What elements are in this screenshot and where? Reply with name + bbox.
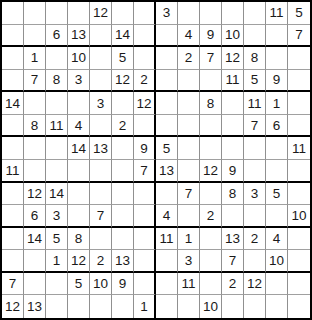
cell-r14c14[interactable] — [288, 295, 310, 318]
cell-r7c8[interactable]: 5 — [156, 137, 178, 160]
cell-r6c8[interactable] — [156, 115, 178, 138]
cell-r14c3[interactable] — [46, 295, 68, 318]
cell-r12c3[interactable]: 1 — [46, 250, 68, 273]
cell-r13c7[interactable] — [134, 273, 156, 296]
cell-r9c6[interactable] — [112, 183, 134, 206]
cell-r6c2[interactable]: 8 — [24, 115, 46, 138]
cell-r10c13[interactable] — [266, 205, 288, 228]
cell-r2c5[interactable] — [90, 25, 112, 48]
cell-r14c12[interactable] — [244, 295, 266, 318]
cell-r1c8[interactable]: 3 — [156, 2, 178, 25]
cell-r12c9[interactable]: 3 — [178, 250, 200, 273]
cell-r11c9[interactable]: 1 — [178, 228, 200, 251]
cell-r2c4[interactable]: 13 — [68, 25, 90, 48]
cell-r2c8[interactable] — [156, 25, 178, 48]
cell-r9c13[interactable]: 5 — [266, 183, 288, 206]
cell-r11c14[interactable] — [288, 228, 310, 251]
cell-r3c6[interactable]: 5 — [112, 47, 134, 70]
cell-r12c14[interactable] — [288, 250, 310, 273]
cell-r5c4[interactable] — [68, 92, 90, 115]
cell-r11c11[interactable]: 13 — [222, 228, 244, 251]
cell-r8c14[interactable] — [288, 160, 310, 183]
cell-r7c9[interactable] — [178, 137, 200, 160]
cell-r6c11[interactable] — [222, 115, 244, 138]
cell-r7c14[interactable]: 11 — [288, 137, 310, 160]
cell-r10c9[interactable] — [178, 205, 200, 228]
cell-r2c7[interactable] — [134, 25, 156, 48]
cell-r3c11[interactable]: 12 — [222, 47, 244, 70]
cell-r7c4[interactable]: 14 — [68, 137, 90, 160]
cell-r5c10[interactable]: 8 — [200, 92, 222, 115]
cell-r6c13[interactable]: 6 — [266, 115, 288, 138]
cell-r5c11[interactable] — [222, 92, 244, 115]
cell-r14c7[interactable]: 1 — [134, 295, 156, 318]
cell-r10c6[interactable] — [112, 205, 134, 228]
cell-r4c2[interactable]: 7 — [24, 70, 46, 93]
cell-r6c5[interactable] — [90, 115, 112, 138]
cell-r14c2[interactable]: 13 — [24, 295, 46, 318]
cell-r12c12[interactable] — [244, 250, 266, 273]
cell-r10c11[interactable] — [222, 205, 244, 228]
cell-r3c2[interactable]: 1 — [24, 47, 46, 70]
cell-r3c13[interactable] — [266, 47, 288, 70]
cell-r8c12[interactable] — [244, 160, 266, 183]
cell-r3c10[interactable]: 7 — [200, 47, 222, 70]
cell-r5c5[interactable]: 3 — [90, 92, 112, 115]
cell-r4c4[interactable]: 3 — [68, 70, 90, 93]
cell-r11c7[interactable] — [134, 228, 156, 251]
cell-r2c13[interactable] — [266, 25, 288, 48]
cell-r6c9[interactable] — [178, 115, 200, 138]
cell-r11c5[interactable] — [90, 228, 112, 251]
cell-r3c1[interactable] — [2, 47, 24, 70]
cell-r12c13[interactable]: 10 — [266, 250, 288, 273]
cell-r9c5[interactable] — [90, 183, 112, 206]
cell-r11c4[interactable]: 8 — [68, 228, 90, 251]
cell-r14c10[interactable]: 10 — [200, 295, 222, 318]
cell-r12c2[interactable] — [24, 250, 46, 273]
cell-r4c9[interactable] — [178, 70, 200, 93]
cell-r4c12[interactable]: 5 — [244, 70, 266, 93]
cell-r5c1[interactable]: 14 — [2, 92, 24, 115]
cell-r3c5[interactable] — [90, 47, 112, 70]
cell-r13c10[interactable] — [200, 273, 222, 296]
cell-r10c1[interactable] — [2, 205, 24, 228]
cell-r5c12[interactable]: 11 — [244, 92, 266, 115]
cell-r11c12[interactable]: 2 — [244, 228, 266, 251]
cell-r9c1[interactable] — [2, 183, 24, 206]
cell-r9c3[interactable]: 14 — [46, 183, 68, 206]
cell-r1c1[interactable] — [2, 2, 24, 25]
cell-r11c8[interactable]: 11 — [156, 228, 178, 251]
cell-r4c5[interactable] — [90, 70, 112, 93]
cell-r8c11[interactable]: 9 — [222, 160, 244, 183]
cell-r13c9[interactable]: 11 — [178, 273, 200, 296]
cell-r2c11[interactable]: 10 — [222, 25, 244, 48]
cell-r6c6[interactable]: 2 — [112, 115, 134, 138]
cell-r2c12[interactable] — [244, 25, 266, 48]
cell-r4c6[interactable]: 12 — [112, 70, 134, 93]
cell-r4c10[interactable] — [200, 70, 222, 93]
cell-r3c12[interactable]: 8 — [244, 47, 266, 70]
cell-r4c3[interactable]: 8 — [46, 70, 68, 93]
cell-r10c4[interactable] — [68, 205, 90, 228]
cell-r3c3[interactable] — [46, 47, 68, 70]
cell-r1c6[interactable] — [112, 2, 134, 25]
cell-r13c8[interactable] — [156, 273, 178, 296]
cell-r9c14[interactable] — [288, 183, 310, 206]
cell-r12c1[interactable] — [2, 250, 24, 273]
cell-r2c6[interactable]: 14 — [112, 25, 134, 48]
cell-r6c14[interactable] — [288, 115, 310, 138]
cell-r5c3[interactable] — [46, 92, 68, 115]
cell-r10c7[interactable] — [134, 205, 156, 228]
cell-r1c14[interactable]: 5 — [288, 2, 310, 25]
cell-r3c4[interactable]: 10 — [68, 47, 90, 70]
cell-r5c9[interactable] — [178, 92, 200, 115]
cell-r11c1[interactable] — [2, 228, 24, 251]
cell-r10c14[interactable]: 10 — [288, 205, 310, 228]
cell-r8c10[interactable]: 12 — [200, 160, 222, 183]
cell-r6c10[interactable] — [200, 115, 222, 138]
cell-r8c6[interactable] — [112, 160, 134, 183]
cell-r13c1[interactable]: 7 — [2, 273, 24, 296]
cell-r2c10[interactable]: 9 — [200, 25, 222, 48]
cell-r10c3[interactable]: 3 — [46, 205, 68, 228]
cell-r10c12[interactable] — [244, 205, 266, 228]
cell-r1c5[interactable]: 12 — [90, 2, 112, 25]
cell-r8c8[interactable]: 13 — [156, 160, 178, 183]
cell-r11c3[interactable]: 5 — [46, 228, 68, 251]
cell-r2c1[interactable] — [2, 25, 24, 48]
cell-r5c14[interactable] — [288, 92, 310, 115]
cell-r5c6[interactable] — [112, 92, 134, 115]
cell-r1c13[interactable]: 11 — [266, 2, 288, 25]
cell-r7c2[interactable] — [24, 137, 46, 160]
cell-r1c2[interactable] — [24, 2, 46, 25]
cell-r13c5[interactable]: 10 — [90, 273, 112, 296]
cell-r6c4[interactable]: 4 — [68, 115, 90, 138]
cell-r14c1[interactable]: 12 — [2, 295, 24, 318]
cell-r12c5[interactable]: 2 — [90, 250, 112, 273]
cell-r4c14[interactable] — [288, 70, 310, 93]
cell-r11c2[interactable]: 14 — [24, 228, 46, 251]
cell-r12c11[interactable]: 7 — [222, 250, 244, 273]
cell-r13c11[interactable]: 2 — [222, 273, 244, 296]
cell-r7c3[interactable] — [46, 137, 68, 160]
cell-r8c9[interactable] — [178, 160, 200, 183]
cell-r2c3[interactable]: 6 — [46, 25, 68, 48]
cell-r11c10[interactable] — [200, 228, 222, 251]
cell-r14c13[interactable] — [266, 295, 288, 318]
cell-r6c1[interactable] — [2, 115, 24, 138]
cell-r3c7[interactable] — [134, 47, 156, 70]
cell-r14c6[interactable] — [112, 295, 134, 318]
cell-r1c9[interactable] — [178, 2, 200, 25]
cell-r13c4[interactable]: 5 — [68, 273, 90, 296]
cell-r13c12[interactable]: 12 — [244, 273, 266, 296]
cell-r8c3[interactable] — [46, 160, 68, 183]
cell-r10c2[interactable]: 6 — [24, 205, 46, 228]
cell-r8c13[interactable] — [266, 160, 288, 183]
cell-r3c8[interactable] — [156, 47, 178, 70]
cell-r4c13[interactable]: 9 — [266, 70, 288, 93]
cell-r1c4[interactable] — [68, 2, 90, 25]
cell-r12c8[interactable] — [156, 250, 178, 273]
cell-r9c10[interactable] — [200, 183, 222, 206]
cell-r14c11[interactable] — [222, 295, 244, 318]
cell-r4c8[interactable] — [156, 70, 178, 93]
cell-r5c13[interactable]: 1 — [266, 92, 288, 115]
cell-r7c5[interactable]: 13 — [90, 137, 112, 160]
cell-r13c14[interactable] — [288, 273, 310, 296]
cell-r10c8[interactable]: 4 — [156, 205, 178, 228]
cell-r9c8[interactable] — [156, 183, 178, 206]
cell-r7c7[interactable]: 9 — [134, 137, 156, 160]
cell-r5c2[interactable] — [24, 92, 46, 115]
cell-r14c5[interactable] — [90, 295, 112, 318]
cell-r14c9[interactable] — [178, 295, 200, 318]
cell-r7c13[interactable] — [266, 137, 288, 160]
cell-r3c9[interactable]: 2 — [178, 47, 200, 70]
cell-r12c10[interactable] — [200, 250, 222, 273]
cell-r13c6[interactable]: 9 — [112, 273, 134, 296]
cell-r9c7[interactable] — [134, 183, 156, 206]
cell-r1c11[interactable] — [222, 2, 244, 25]
cell-r4c7[interactable]: 2 — [134, 70, 156, 93]
cell-r13c3[interactable] — [46, 273, 68, 296]
cell-r6c3[interactable]: 11 — [46, 115, 68, 138]
cell-r8c7[interactable]: 7 — [134, 160, 156, 183]
cell-r4c1[interactable] — [2, 70, 24, 93]
cell-r6c12[interactable]: 7 — [244, 115, 266, 138]
cell-r9c2[interactable]: 12 — [24, 183, 46, 206]
cell-r2c14[interactable]: 7 — [288, 25, 310, 48]
cell-r11c6[interactable] — [112, 228, 134, 251]
cell-r3c14[interactable] — [288, 47, 310, 70]
cell-r8c5[interactable] — [90, 160, 112, 183]
cell-r1c10[interactable] — [200, 2, 222, 25]
cell-r4c11[interactable]: 11 — [222, 70, 244, 93]
cell-r2c2[interactable] — [24, 25, 46, 48]
cell-r9c12[interactable]: 3 — [244, 183, 266, 206]
cell-r9c4[interactable] — [68, 183, 90, 206]
cell-r13c2[interactable] — [24, 273, 46, 296]
cell-r12c4[interactable]: 12 — [68, 250, 90, 273]
cell-r2c9[interactable]: 4 — [178, 25, 200, 48]
cell-r8c4[interactable] — [68, 160, 90, 183]
cell-r7c6[interactable] — [112, 137, 134, 160]
cell-r5c7[interactable]: 12 — [134, 92, 156, 115]
cell-r7c12[interactable] — [244, 137, 266, 160]
cell-r12c7[interactable] — [134, 250, 156, 273]
cell-r1c7[interactable] — [134, 2, 156, 25]
cell-r14c4[interactable] — [68, 295, 90, 318]
cell-r10c10[interactable]: 2 — [200, 205, 222, 228]
sudoku-board: 1231156131449107110527128783122115914312… — [0, 0, 312, 320]
cell-r9c9[interactable]: 7 — [178, 183, 200, 206]
cell-r7c1[interactable] — [2, 137, 24, 160]
cell-r8c1[interactable]: 11 — [2, 160, 24, 183]
cell-r8c2[interactable] — [24, 160, 46, 183]
cell-r7c11[interactable] — [222, 137, 244, 160]
cell-r7c10[interactable] — [200, 137, 222, 160]
cell-r9c11[interactable]: 8 — [222, 183, 244, 206]
cell-r1c12[interactable] — [244, 2, 266, 25]
cell-r10c5[interactable]: 7 — [90, 205, 112, 228]
cell-r11c13[interactable]: 4 — [266, 228, 288, 251]
cell-r6c7[interactable] — [134, 115, 156, 138]
cell-r14c8[interactable] — [156, 295, 178, 318]
cell-r1c3[interactable] — [46, 2, 68, 25]
cell-r12c6[interactable]: 13 — [112, 250, 134, 273]
cell-r13c13[interactable] — [266, 273, 288, 296]
cell-r5c8[interactable] — [156, 92, 178, 115]
